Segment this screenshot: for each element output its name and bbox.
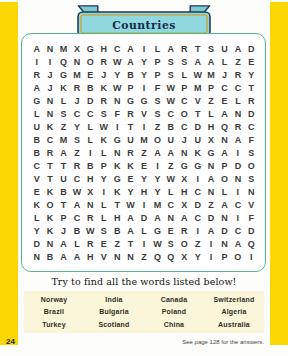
grid-cell-r5c11[interactable]: W [164, 95, 177, 108]
grid-cell-r16c12[interactable]: O [178, 238, 191, 251]
grid-cell-r3c7[interactable]: Y [110, 69, 123, 82]
grid-cell-r13c2[interactable]: O [43, 199, 56, 212]
grid-cell-r7c14[interactable]: H [204, 121, 217, 134]
grid-cell-r16c2[interactable]: N [43, 238, 56, 251]
grid-cell-r14c10[interactable]: A [151, 212, 164, 225]
grid-cell-r8c12[interactable]: J [178, 134, 191, 147]
grid-cell-r3c17[interactable]: Y [245, 69, 258, 82]
grid-cell-r5c10[interactable]: S [151, 95, 164, 108]
grid-cell-r12c9[interactable]: H [137, 186, 150, 199]
grid-cell-r13c10[interactable]: M [151, 199, 164, 212]
grid-cell-r2c8[interactable]: A [124, 56, 137, 69]
grid-cell-r14c3[interactable]: P [57, 212, 70, 225]
grid-cell-r11c3[interactable]: U [57, 173, 70, 186]
grid-cell-r7c1[interactable]: U [30, 121, 43, 134]
grid-cell-r6c9[interactable]: V [137, 108, 150, 121]
grid-cell-r5c17[interactable]: R [245, 95, 258, 108]
grid-cell-r9c8[interactable]: R [124, 147, 137, 160]
left-border-stripe [0, 2, 18, 345]
grid-cell-r4c10[interactable]: F [151, 82, 164, 95]
grid-cell-r1c17[interactable]: D [245, 43, 258, 56]
grid-cell-r6c15[interactable]: A [218, 108, 231, 121]
grid-cell-r17c17[interactable]: I [245, 251, 258, 264]
grid-cell-r12c3[interactable]: B [57, 186, 70, 199]
grid-cell-r17c13[interactable]: Y [191, 251, 204, 264]
grid-cell-r15c9[interactable]: L [137, 225, 150, 238]
grid-cell-r17c11[interactable]: Q [164, 251, 177, 264]
grid-cell-r1c10[interactable]: L [151, 43, 164, 56]
grid-cell-r16c7[interactable]: Z [110, 238, 123, 251]
grid-cell-r17c4[interactable]: A [70, 251, 83, 264]
grid-cell-r14c14[interactable]: D [204, 212, 217, 225]
grid-cell-r13c12[interactable]: X [178, 199, 191, 212]
grid-cell-r15c1[interactable]: Y [30, 225, 43, 238]
grid-cell-r4c4[interactable]: R [70, 82, 83, 95]
grid-cell-r2c2[interactable]: I [43, 56, 56, 69]
grid-cell-r2c11[interactable]: S [164, 56, 177, 69]
grid-cell-r17c3[interactable]: A [57, 251, 70, 264]
grid-cell-r11c1[interactable]: V [30, 173, 43, 186]
grid-cell-r11c8[interactable]: E [124, 173, 137, 186]
grid-cell-r11c2[interactable]: T [43, 173, 56, 186]
grid-cell-r7c15[interactable]: Q [218, 121, 231, 134]
grid-cell-r8c3[interactable]: M [57, 134, 70, 147]
grid-cell-r7c16[interactable]: R [231, 121, 244, 134]
grid-cell-r9c9[interactable]: Z [137, 147, 150, 160]
grid-cell-r1c4[interactable]: X [70, 43, 83, 56]
grid-cell-r10c14[interactable]: N [204, 160, 217, 173]
grid-cell-r5c8[interactable]: G [124, 95, 137, 108]
grid-cell-r16c11[interactable]: S [164, 238, 177, 251]
word-list: NorwayIndiaCanadaSwitzerlandBrazilBulgar… [24, 291, 264, 333]
grid-cell-r14c1[interactable]: L [30, 212, 43, 225]
grid-cell-r3c11[interactable]: S [164, 69, 177, 82]
grid-cell-r5c5[interactable]: D [84, 95, 97, 108]
grid-cell-r15c5[interactable]: W [84, 225, 97, 238]
grid-cell-r17c12[interactable]: X [178, 251, 191, 264]
grid-cell-r3c4[interactable]: M [70, 69, 83, 82]
grid-cell-r1c13[interactable]: T [191, 43, 204, 56]
grid-cell-r17c6[interactable]: V [97, 251, 110, 264]
grid-cell-r1c5[interactable]: G [84, 43, 97, 56]
grid-cell-r1c8[interactable]: A [124, 43, 137, 56]
grid-cell-r9c16[interactable]: I [231, 147, 244, 160]
grid-cell-r16c8[interactable]: T [124, 238, 137, 251]
grid-cell-r10c11[interactable]: Z [164, 160, 177, 173]
grid-cell-r11c10[interactable]: Y [151, 173, 164, 186]
grid-cell-r9c3[interactable]: A [57, 147, 70, 160]
grid-cell-r2c15[interactable]: L [218, 56, 231, 69]
grid-cell-r5c6[interactable]: R [97, 95, 110, 108]
grid-cell-r14c15[interactable]: N [218, 212, 231, 225]
grid-cell-r13c16[interactable]: C [231, 199, 244, 212]
grid-cell-r11c13[interactable]: I [191, 173, 204, 186]
grid-cell-r12c2[interactable]: K [43, 186, 56, 199]
grid-cell-r7c4[interactable]: Y [70, 121, 83, 134]
grid-cell-r2c7[interactable]: W [110, 56, 123, 69]
grid-cell-r14c5[interactable]: R [84, 212, 97, 225]
grid-cell-r5c7[interactable]: N [110, 95, 123, 108]
instruction-text: Try to find all the words listed below! [0, 276, 288, 287]
grid-cell-r15c3[interactable]: J [57, 225, 70, 238]
grid-cell-r6c11[interactable]: C [164, 108, 177, 121]
grid-cell-r17c10[interactable]: Q [151, 251, 164, 264]
answers-note: See page 128 for the answers. [182, 339, 264, 345]
grid-cell-r11c16[interactable]: N [231, 173, 244, 186]
grid-cell-r8c8[interactable]: U [124, 134, 137, 147]
grid-cell-r1c1[interactable]: A [30, 43, 43, 56]
grid-cell-r15c4[interactable]: B [70, 225, 83, 238]
grid-cell-r7c9[interactable]: I [137, 121, 150, 134]
grid-cell-r13c5[interactable]: N [84, 199, 97, 212]
grid-cell-r14c12[interactable]: A [178, 212, 191, 225]
grid-cell-r10c9[interactable]: E [137, 160, 150, 173]
grid-cell-r15c6[interactable]: S [97, 225, 110, 238]
grid-cell-r5c9[interactable]: G [137, 95, 150, 108]
grid-cell-r12c14[interactable]: N [204, 186, 217, 199]
grid-cell-r10c2[interactable]: T [43, 160, 56, 173]
grid-cell-r9c6[interactable]: L [97, 147, 110, 160]
grid-cell-r10c12[interactable]: G [178, 160, 191, 173]
grid-cell-r11c17[interactable]: S [245, 173, 258, 186]
grid-cell-r17c14[interactable]: I [204, 251, 217, 264]
grid-cell-r12c7[interactable]: K [110, 186, 123, 199]
grid-cell-r11c14[interactable]: A [204, 173, 217, 186]
grid-cell-r3c8[interactable]: B [124, 69, 137, 82]
grid-cell-r3c15[interactable]: J [218, 69, 231, 82]
grid-cell-r15c15[interactable]: D [218, 225, 231, 238]
grid-cell-r13c9[interactable]: I [137, 199, 150, 212]
grid-cell-r7c7[interactable]: I [110, 121, 123, 134]
word-list-item-turkey: Turkey [24, 321, 84, 328]
grid-cell-r14c7[interactable]: H [110, 212, 123, 225]
grid-cell-r8c16[interactable]: A [231, 134, 244, 147]
grid-cell-r13c3[interactable]: T [57, 199, 70, 212]
grid-cell-r13c13[interactable]: D [191, 199, 204, 212]
grid-cell-r11c12[interactable]: X [178, 173, 191, 186]
grid-cell-r16c5[interactable]: R [84, 238, 97, 251]
grid-cell-r8c11[interactable]: U [164, 134, 177, 147]
grid-cell-r12c1[interactable]: E [30, 186, 43, 199]
grid-cell-r17c9[interactable]: Z [137, 251, 150, 264]
grid-cell-r5c2[interactable]: N [43, 95, 56, 108]
grid-cell-r4c8[interactable]: P [124, 82, 137, 95]
grid-cell-r17c5[interactable]: H [84, 251, 97, 264]
grid-cell-r5c4[interactable]: J [70, 95, 83, 108]
grid-cell-r4c14[interactable]: P [204, 82, 217, 95]
grid-cell-r16c10[interactable]: W [151, 238, 164, 251]
grid-cell-r14c11[interactable]: N [164, 212, 177, 225]
grid-cell-r4c9[interactable]: I [137, 82, 150, 95]
grid-cell-r6c12[interactable]: O [178, 108, 191, 121]
grid-cell-r8c9[interactable]: M [137, 134, 150, 147]
grid-cell-r4c5[interactable]: B [84, 82, 97, 95]
grid-cell-r6c2[interactable]: N [43, 108, 56, 121]
grid-cell-r16c16[interactable]: A [231, 238, 244, 251]
grid-cell-r8c4[interactable]: S [70, 134, 83, 147]
grid-cell-r4c17[interactable]: T [245, 82, 258, 95]
word-list-item-bulgaria: Bulgaria [84, 308, 144, 315]
grid-cell-r7c2[interactable]: K [43, 121, 56, 134]
grid-cell-r1c3[interactable]: M [57, 43, 70, 56]
grid-cell-r2c3[interactable]: Q [57, 56, 70, 69]
grid-cell-r10c8[interactable]: K [124, 160, 137, 173]
grid-cell-r3c14[interactable]: M [204, 69, 217, 82]
grid-cell-r7c8[interactable]: T [124, 121, 137, 134]
grid-cell-r4c15[interactable]: C [218, 82, 231, 95]
grid-cell-r6c4[interactable]: C [70, 108, 83, 121]
grid-cell-r5c14[interactable]: Z [204, 95, 217, 108]
grid-cell-r12c15[interactable]: L [218, 186, 231, 199]
grid-cell-r4c7[interactable]: W [110, 82, 123, 95]
grid-cell-r3c6[interactable]: J [97, 69, 110, 82]
grid-cell-r13c4[interactable]: A [70, 199, 83, 212]
grid-cell-r13c6[interactable]: L [97, 199, 110, 212]
grid-cell-r17c15[interactable]: P [218, 251, 231, 264]
grid-cell-r9c2[interactable]: R [43, 147, 56, 160]
grid-cell-r1c11[interactable]: A [164, 43, 177, 56]
grid-cell-r8c17[interactable]: F [245, 134, 258, 147]
grid-cell-r8c2[interactable]: C [43, 134, 56, 147]
grid-cell-r9c4[interactable]: Z [70, 147, 83, 160]
grid-cell-r12c13[interactable]: C [191, 186, 204, 199]
grid-cell-r3c3[interactable]: G [57, 69, 70, 82]
grid-cell-r3c10[interactable]: P [151, 69, 164, 82]
grid-cell-r1c6[interactable]: H [97, 43, 110, 56]
grid-cell-r6c5[interactable]: C [84, 108, 97, 121]
grid-cell-r7c10[interactable]: Z [151, 121, 164, 134]
grid-cell-r6c10[interactable]: S [151, 108, 164, 121]
grid-cell-r9c13[interactable]: K [191, 147, 204, 160]
grid-cell-r9c17[interactable]: S [245, 147, 258, 160]
grid-cell-r15c13[interactable]: I [191, 225, 204, 238]
grid-cell-r15c14[interactable]: A [204, 225, 217, 238]
grid-cell-r15c16[interactable]: C [231, 225, 244, 238]
grid-cell-r5c13[interactable]: V [191, 95, 204, 108]
grid-cell-r2c14[interactable]: A [204, 56, 217, 69]
grid-cell-r3c5[interactable]: E [84, 69, 97, 82]
grid-cell-r9c11[interactable]: A [164, 147, 177, 160]
grid-cell-r16c6[interactable]: E [97, 238, 110, 251]
grid-cell-r9c12[interactable]: N [178, 147, 191, 160]
grid-cell-r17c16[interactable]: O [231, 251, 244, 264]
grid-cell-r6c6[interactable]: S [97, 108, 110, 121]
grid-cell-r7c11[interactable]: B [164, 121, 177, 134]
grid-cell-r2c4[interactable]: N [70, 56, 83, 69]
grid-cell-r14c2[interactable]: K [43, 212, 56, 225]
grid-cell-r16c13[interactable]: Z [191, 238, 204, 251]
grid-cell-r6c17[interactable]: D [245, 108, 258, 121]
grid-cell-r7c12[interactable]: C [178, 121, 191, 134]
grid-cell-r13c8[interactable]: W [124, 199, 137, 212]
grid-cell-r4c1[interactable]: A [30, 82, 43, 95]
grid-cell-r15c12[interactable]: R [178, 225, 191, 238]
word-list-item-scotland: Scotland [84, 321, 144, 328]
grid-cell-r5c16[interactable]: L [231, 95, 244, 108]
grid-cell-r3c16[interactable]: R [231, 69, 244, 82]
grid-cell-r9c7[interactable]: N [110, 147, 123, 160]
grid-cell-r14c17[interactable]: F [245, 212, 258, 225]
grid-cell-r8c13[interactable]: U [191, 134, 204, 147]
grid-cell-r10c10[interactable]: I [151, 160, 164, 173]
grid-cell-r4c13[interactable]: M [191, 82, 204, 95]
grid-cell-r16c3[interactable]: A [57, 238, 70, 251]
grid-cell-r3c12[interactable]: L [178, 69, 191, 82]
grid-cell-r14c6[interactable]: L [97, 212, 110, 225]
grid-cell-r7c3[interactable]: Z [57, 121, 70, 134]
grid-cell-r13c15[interactable]: A [218, 199, 231, 212]
grid-cell-r5c15[interactable]: E [218, 95, 231, 108]
grid-cell-r13c14[interactable]: Z [204, 199, 217, 212]
grid-cell-r17c7[interactable]: N [110, 251, 123, 264]
grid-cell-r12c8[interactable]: Y [124, 186, 137, 199]
grid-cell-r10c17[interactable]: O [245, 160, 258, 173]
grid-cell-r16c9[interactable]: I [137, 238, 150, 251]
grid-cell-r1c14[interactable]: S [204, 43, 217, 56]
grid-cell-r15c10[interactable]: G [151, 225, 164, 238]
grid-cell-r14c16[interactable]: I [231, 212, 244, 225]
grid-cell-r16c17[interactable]: Q [245, 238, 258, 251]
grid-cell-r6c1[interactable]: L [30, 108, 43, 121]
grid-cell-r9c15[interactable]: A [218, 147, 231, 160]
grid-cell-r2c1[interactable]: I [30, 56, 43, 69]
grid-cell-r12c12[interactable]: H [178, 186, 191, 199]
grid-cell-r3c13[interactable]: W [191, 69, 204, 82]
grid-cell-r13c7[interactable]: T [110, 199, 123, 212]
grid-cell-r5c1[interactable]: G [30, 95, 43, 108]
grid-cell-r2c5[interactable]: O [84, 56, 97, 69]
grid-cell-r11c7[interactable]: G [110, 173, 123, 186]
grid-cell-r15c11[interactable]: E [164, 225, 177, 238]
grid-cell-r6c14[interactable]: L [204, 108, 217, 121]
grid-cell-r6c13[interactable]: T [191, 108, 204, 121]
grid-cell-r10c5[interactable]: B [84, 160, 97, 173]
grid-cell-r4c6[interactable]: K [97, 82, 110, 95]
grid-cell-r1c2[interactable]: N [43, 43, 56, 56]
grid-cell-r6c16[interactable]: N [231, 108, 244, 121]
grid-cell-r9c10[interactable]: A [151, 147, 164, 160]
grid-cell-r4c16[interactable]: C [231, 82, 244, 95]
grid-cell-r12c16[interactable]: I [231, 186, 244, 199]
grid-cell-r7c6[interactable]: W [97, 121, 110, 134]
grid-cell-r13c1[interactable]: K [30, 199, 43, 212]
right-border-stripe [270, 2, 288, 345]
grid-cell-r10c3[interactable]: T [57, 160, 70, 173]
grid-cell-r1c15[interactable]: U [218, 43, 231, 56]
grid-cell-r16c14[interactable]: I [204, 238, 217, 251]
grid-cell-r11c11[interactable]: W [164, 173, 177, 186]
grid-cell-r1c9[interactable]: I [137, 43, 150, 56]
grid-cell-r15c17[interactable]: D [245, 225, 258, 238]
grid-cell-r1c16[interactable]: A [231, 43, 244, 56]
grid-cell-r5c12[interactable]: C [178, 95, 191, 108]
grid-cell-r11c4[interactable]: C [70, 173, 83, 186]
grid-cell-r10c7[interactable]: K [110, 160, 123, 173]
grid-cell-r14c8[interactable]: A [124, 212, 137, 225]
grid-cell-r4c3[interactable]: K [57, 82, 70, 95]
grid-cell-r6c7[interactable]: F [110, 108, 123, 121]
grid-cell-r10c15[interactable]: P [218, 160, 231, 173]
grid-cell-r16c15[interactable]: N [218, 238, 231, 251]
grid-cell-r12c4[interactable]: W [70, 186, 83, 199]
grid-cell-r3c9[interactable]: Y [137, 69, 150, 82]
grid-cell-r8c14[interactable]: X [204, 134, 217, 147]
grid-cell-r6c8[interactable]: R [124, 108, 137, 121]
grid-cell-r2c12[interactable]: S [178, 56, 191, 69]
grid-cell-r8c5[interactable]: L [84, 134, 97, 147]
grid-cell-r17c1[interactable]: N [30, 251, 43, 264]
grid-cell-r1c12[interactable]: R [178, 43, 191, 56]
grid-cell-r9c5[interactable]: I [84, 147, 97, 160]
grid-cell-r15c2[interactable]: K [43, 225, 56, 238]
grid-cell-r1c7[interactable]: C [110, 43, 123, 56]
grid-cell-r14c9[interactable]: D [137, 212, 150, 225]
grid-cell-r12c10[interactable]: Y [151, 186, 164, 199]
grid-cell-r11c9[interactable]: Y [137, 173, 150, 186]
grid-cell-r10c4[interactable]: R [70, 160, 83, 173]
grid-cell-r11c6[interactable]: Y [97, 173, 110, 186]
grid-cell-r17c8[interactable]: N [124, 251, 137, 264]
grid-cell-r10c13[interactable]: G [191, 160, 204, 173]
grid-cell-r10c1[interactable]: C [30, 160, 43, 173]
grid-cell-r14c13[interactable]: C [191, 212, 204, 225]
grid-cell-r2c16[interactable]: Z [231, 56, 244, 69]
grid-cell-r3c1[interactable]: R [30, 69, 43, 82]
grid-cell-r2c9[interactable]: Y [137, 56, 150, 69]
grid-cell-r8c6[interactable]: K [97, 134, 110, 147]
grid-cell-r9c14[interactable]: G [204, 147, 217, 160]
grid-cell-r12c17[interactable]: N [245, 186, 258, 199]
grid-cell-r12c11[interactable]: L [164, 186, 177, 199]
word-list-item-switzerland: Switzerland [204, 296, 264, 303]
grid-cell-r12c6[interactable]: I [97, 186, 110, 199]
grid-cell-r4c12[interactable]: P [178, 82, 191, 95]
grid-cell-r5c3[interactable]: L [57, 95, 70, 108]
grid-cell-r4c2[interactable]: J [43, 82, 56, 95]
grid-cell-r16c4[interactable]: L [70, 238, 83, 251]
grid-cell-r3c2[interactable]: J [43, 69, 56, 82]
grid-cell-r8c1[interactable]: B [30, 134, 43, 147]
grid-cell-r11c5[interactable]: H [84, 173, 97, 186]
grid-cell-r2c17[interactable]: E [245, 56, 258, 69]
grid-cell-r7c17[interactable]: C [245, 121, 258, 134]
grid-cell-r7c13[interactable]: D [191, 121, 204, 134]
grid-cell-r4c11[interactable]: W [164, 82, 177, 95]
grid-cell-r15c7[interactable]: B [110, 225, 123, 238]
grid-cell-r10c6[interactable]: P [97, 160, 110, 173]
grid-cell-r12c5[interactable]: X [84, 186, 97, 199]
grid-cell-r8c15[interactable]: N [218, 134, 231, 147]
grid-cell-r16c1[interactable]: D [30, 238, 43, 251]
grid-cell-r6c3[interactable]: S [57, 108, 70, 121]
grid-cell-r10c16[interactable]: D [231, 160, 244, 173]
grid-cell-r2c6[interactable]: R [97, 56, 110, 69]
page: Countries ANMXGHCAILARTSUADIIQNORWAYPSSA… [0, 0, 288, 356]
grid-cell-r2c10[interactable]: P [151, 56, 164, 69]
word-list-item-china: China [144, 321, 204, 328]
grid-cell-r11c15[interactable]: O [218, 173, 231, 186]
grid-cell-r8c7[interactable]: G [110, 134, 123, 147]
grid-cell-r14c4[interactable]: C [70, 212, 83, 225]
grid-cell-r17c2[interactable]: B [43, 251, 56, 264]
grid-cell-r8c10[interactable]: O [151, 134, 164, 147]
grid-cell-r15c8[interactable]: A [124, 225, 137, 238]
grid-cell-r2c13[interactable]: A [191, 56, 204, 69]
grid-cell-r13c11[interactable]: C [164, 199, 177, 212]
grid-cell-r7c5[interactable]: L [84, 121, 97, 134]
grid-cell-r9c1[interactable]: B [30, 147, 43, 160]
grid-cell-r13c17[interactable]: V [245, 199, 258, 212]
